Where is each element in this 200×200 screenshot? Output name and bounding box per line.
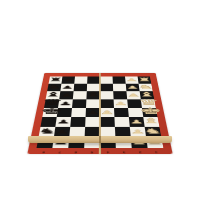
- square-a5[interactable]: [87, 76, 100, 83]
- coordinate-label: 3: [116, 150, 132, 152]
- coordinate-label: 6: [68, 150, 84, 152]
- square-f1[interactable]: [143, 117, 159, 127]
- coordinate-label: 5: [84, 150, 100, 152]
- black-pawn-a7[interactable]: ♟: [59, 78, 78, 82]
- white-queen-d1[interactable]: ♛: [138, 98, 159, 106]
- square-f2[interactable]: [129, 117, 145, 127]
- square-d5[interactable]: [86, 99, 100, 108]
- square-f6[interactable]: [70, 117, 85, 127]
- square-f4[interactable]: [100, 117, 115, 127]
- square-f3[interactable]: [114, 117, 129, 127]
- chess-set-photo: 87654321 ♜♞♝♛♚♞♜♟♟♟♟♟♟♟♝♟♟♟♟♟♟♟♟♟♜♞♝♛♚♝♞…: [0, 0, 200, 200]
- coordinate-label: 7: [52, 150, 68, 152]
- square-f8[interactable]: [40, 117, 56, 127]
- white-pawn-d3[interactable]: ♟: [111, 101, 131, 106]
- coordinate-label: 4: [100, 150, 116, 152]
- black-bishop-c5[interactable]: ♝: [84, 91, 103, 97]
- square-f5[interactable]: [85, 117, 100, 127]
- square-f7[interactable]: [55, 117, 71, 127]
- coordinate-label: 1: [148, 150, 164, 152]
- board-shadow: [30, 141, 170, 147]
- coordinate-label: 2: [132, 150, 148, 152]
- coordinate-label: 8: [36, 150, 52, 152]
- white-bishop-c1[interactable]: ♝: [137, 91, 157, 97]
- square-b4[interactable]: [100, 84, 113, 92]
- square-a4[interactable]: [100, 76, 113, 83]
